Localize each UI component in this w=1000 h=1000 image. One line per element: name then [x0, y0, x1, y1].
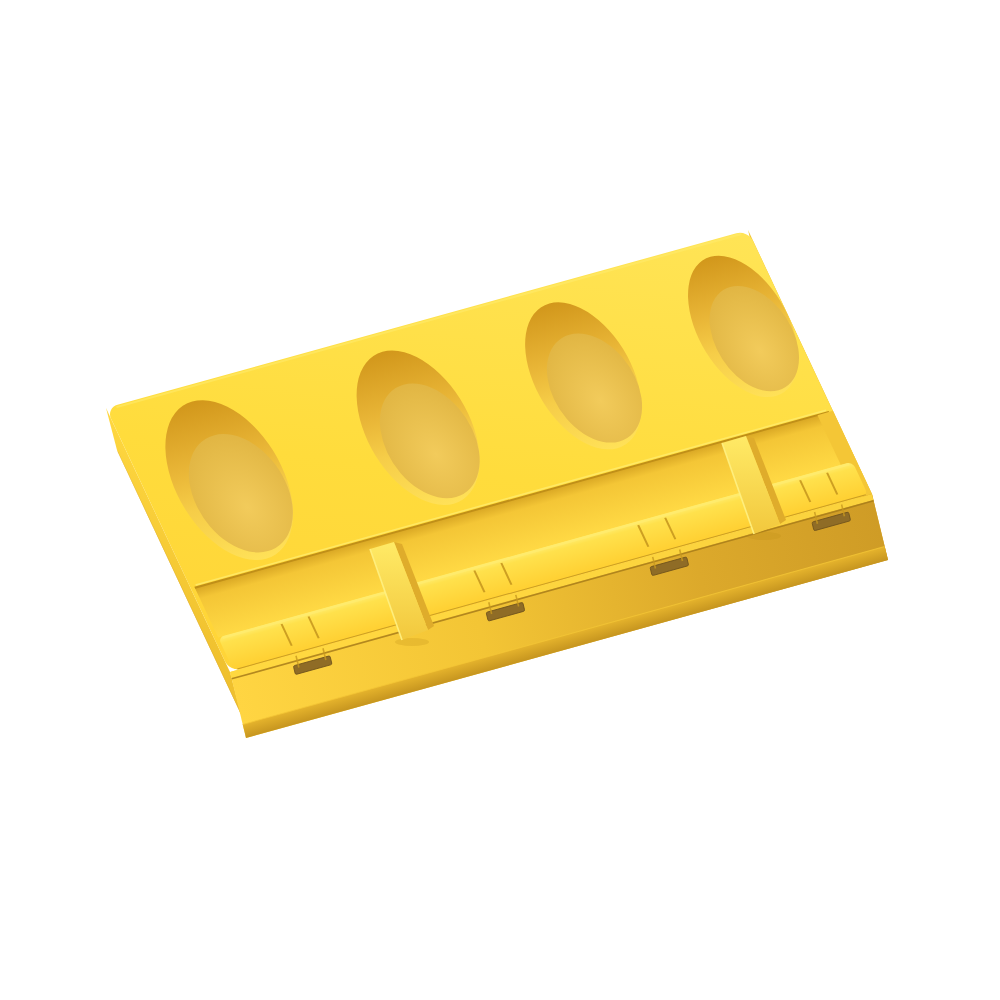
fin-1-base-shadow: [395, 638, 429, 646]
popsicle-mold-illustration: [0, 0, 1000, 1000]
fin-2-base-shadow: [747, 532, 781, 540]
product-photo: [0, 0, 1000, 1000]
